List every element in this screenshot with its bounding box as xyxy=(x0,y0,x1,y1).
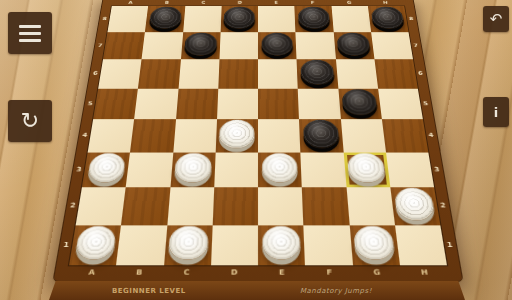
square-b7 xyxy=(142,32,183,59)
undo-icon: ↶ xyxy=(490,12,503,27)
file-label-e: E xyxy=(258,268,306,276)
black-man-f8[interactable] xyxy=(298,7,330,29)
square-b5 xyxy=(134,88,178,119)
file-label-h: H xyxy=(400,268,449,276)
square-b1 xyxy=(116,225,167,265)
square-g1[interactable] xyxy=(349,225,400,265)
square-f2[interactable] xyxy=(302,187,349,225)
square-d4[interactable] xyxy=(215,119,258,152)
white-man-d4[interactable] xyxy=(219,120,255,148)
black-man-e7[interactable] xyxy=(261,33,293,56)
square-b3 xyxy=(126,152,173,187)
square-c2 xyxy=(167,187,214,225)
square-h7 xyxy=(371,32,413,59)
square-a7[interactable] xyxy=(103,32,145,59)
file-label-d: D xyxy=(210,268,258,276)
square-e3[interactable] xyxy=(258,152,302,187)
square-a1[interactable] xyxy=(69,225,121,265)
square-h2[interactable] xyxy=(390,187,440,225)
square-c8 xyxy=(183,6,222,32)
square-f6[interactable] xyxy=(297,59,338,88)
square-f4[interactable] xyxy=(299,119,343,152)
restart-icon: ↻ xyxy=(21,110,39,132)
info-icon: i xyxy=(494,106,498,119)
white-man-a3[interactable] xyxy=(86,153,127,183)
square-a4 xyxy=(88,119,135,152)
square-c3[interactable] xyxy=(170,152,215,187)
file-label-e: E xyxy=(258,0,294,4)
square-b4[interactable] xyxy=(130,119,175,152)
file-label-c: C xyxy=(185,0,222,4)
mandatory-jumps-label: Mandatory Jumps! xyxy=(300,287,372,295)
black-man-c7[interactable] xyxy=(184,33,217,56)
file-label-h: H xyxy=(367,0,404,4)
square-b6[interactable] xyxy=(138,59,180,88)
square-f1 xyxy=(304,225,353,265)
board-grid xyxy=(69,6,447,265)
file-label-a: A xyxy=(67,268,116,276)
white-man-e3[interactable] xyxy=(261,153,298,183)
file-label-d: D xyxy=(222,0,258,4)
white-man-a1[interactable] xyxy=(74,226,118,260)
white-man-g3[interactable] xyxy=(347,153,386,183)
hamburger-icon xyxy=(19,39,41,42)
square-e8 xyxy=(258,6,296,32)
square-h4[interactable] xyxy=(382,119,429,152)
square-h1 xyxy=(395,225,447,265)
white-man-g1[interactable] xyxy=(353,226,395,260)
file-label-a: A xyxy=(112,0,149,4)
file-label-b: B xyxy=(149,0,186,4)
square-f8[interactable] xyxy=(295,6,334,32)
black-man-g5[interactable] xyxy=(341,89,378,115)
square-h5 xyxy=(378,88,423,119)
square-g3[interactable] xyxy=(343,152,390,187)
square-e5[interactable] xyxy=(258,88,299,119)
square-c1[interactable] xyxy=(164,225,213,265)
checkers-board: ABCDEFGH ABCDEFGH 87654321 87654321 xyxy=(52,0,463,282)
level-label: BEGINNER LEVEL xyxy=(112,287,186,295)
file-label-f: F xyxy=(305,268,353,276)
board-front-face: BEGINNER LEVEL Mandatory Jumps! xyxy=(49,281,465,300)
file-label-b: B xyxy=(115,268,163,276)
square-g4 xyxy=(340,119,385,152)
menu-button[interactable] xyxy=(8,12,52,54)
file-label-f: F xyxy=(294,0,331,4)
file-label-g: G xyxy=(353,268,401,276)
board-frame: ABCDEFGH ABCDEFGH 87654321 87654321 xyxy=(52,0,463,282)
file-labels-bottom: ABCDEFGH xyxy=(67,265,450,280)
square-a8 xyxy=(108,6,149,32)
square-e7[interactable] xyxy=(258,32,297,59)
square-d2[interactable] xyxy=(212,187,258,225)
square-h6[interactable] xyxy=(374,59,418,88)
restart-button[interactable]: ↻ xyxy=(8,100,52,142)
square-g6 xyxy=(335,59,377,88)
square-g8 xyxy=(331,6,371,32)
white-man-c3[interactable] xyxy=(174,153,212,183)
hamburger-icon xyxy=(19,32,41,35)
square-e4 xyxy=(258,119,301,152)
square-d6[interactable] xyxy=(218,59,258,88)
black-man-b8[interactable] xyxy=(149,7,182,29)
white-man-h2[interactable] xyxy=(394,188,436,220)
square-a3[interactable] xyxy=(82,152,130,187)
square-f5 xyxy=(298,88,340,119)
square-b2[interactable] xyxy=(121,187,170,225)
black-man-d8[interactable] xyxy=(224,7,256,29)
black-man-h8[interactable] xyxy=(371,7,405,29)
white-man-c1[interactable] xyxy=(168,226,209,260)
square-g2 xyxy=(346,187,395,225)
square-e1[interactable] xyxy=(258,225,305,265)
square-d7 xyxy=(219,32,258,59)
square-a2 xyxy=(76,187,126,225)
square-a6 xyxy=(98,59,142,88)
square-b8[interactable] xyxy=(145,6,185,32)
square-h8[interactable] xyxy=(368,6,409,32)
black-man-f6[interactable] xyxy=(300,60,335,85)
square-g7[interactable] xyxy=(333,32,374,59)
square-c4 xyxy=(173,119,217,152)
square-c5[interactable] xyxy=(176,88,218,119)
square-h3 xyxy=(386,152,434,187)
square-d5 xyxy=(217,88,258,119)
square-f3 xyxy=(301,152,346,187)
square-a5[interactable] xyxy=(93,88,138,119)
black-man-g7[interactable] xyxy=(336,33,370,56)
file-label-c: C xyxy=(163,268,211,276)
square-e2 xyxy=(258,187,304,225)
square-d3 xyxy=(214,152,258,187)
white-man-e1[interactable] xyxy=(262,226,302,260)
info-button[interactable]: i xyxy=(483,97,509,127)
undo-button[interactable]: ↶ xyxy=(483,6,509,32)
square-e6 xyxy=(258,59,298,88)
square-d8[interactable] xyxy=(220,6,258,32)
file-label-g: G xyxy=(331,0,368,4)
square-d1 xyxy=(211,225,258,265)
square-f7 xyxy=(296,32,336,59)
square-g5[interactable] xyxy=(338,88,382,119)
black-man-f4[interactable] xyxy=(303,120,340,148)
hamburger-icon xyxy=(19,25,41,28)
square-c6 xyxy=(178,59,219,88)
square-c7[interactable] xyxy=(181,32,221,59)
